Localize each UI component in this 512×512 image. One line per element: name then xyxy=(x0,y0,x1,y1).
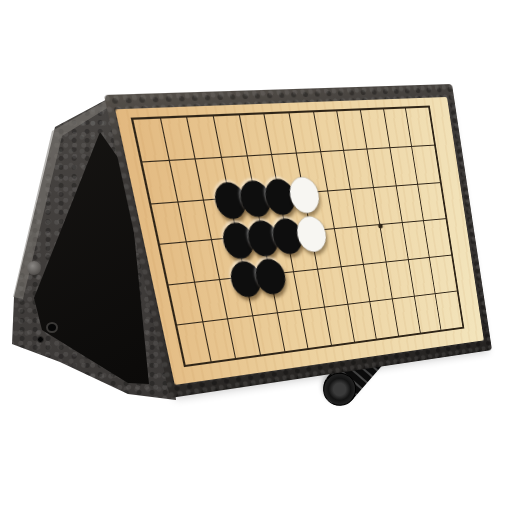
screw-hole xyxy=(46,322,58,333)
grid-cell xyxy=(430,256,457,294)
grid-cell xyxy=(418,183,445,222)
grid-cell xyxy=(436,292,462,330)
wood-surface: ●●●●●●●●●● xyxy=(115,97,484,385)
grid-cell xyxy=(412,145,440,184)
screw-hole-small xyxy=(37,336,44,343)
product-photo-scene: ●●●●●●●●●● xyxy=(0,0,512,512)
grid-cell xyxy=(406,108,434,147)
board-front-panel: ●●●●●●●●●● xyxy=(104,84,492,398)
go-grid: ●●●●●●●●●● xyxy=(131,106,465,368)
hinge-pin xyxy=(27,261,41,275)
grid-cell xyxy=(424,220,451,259)
